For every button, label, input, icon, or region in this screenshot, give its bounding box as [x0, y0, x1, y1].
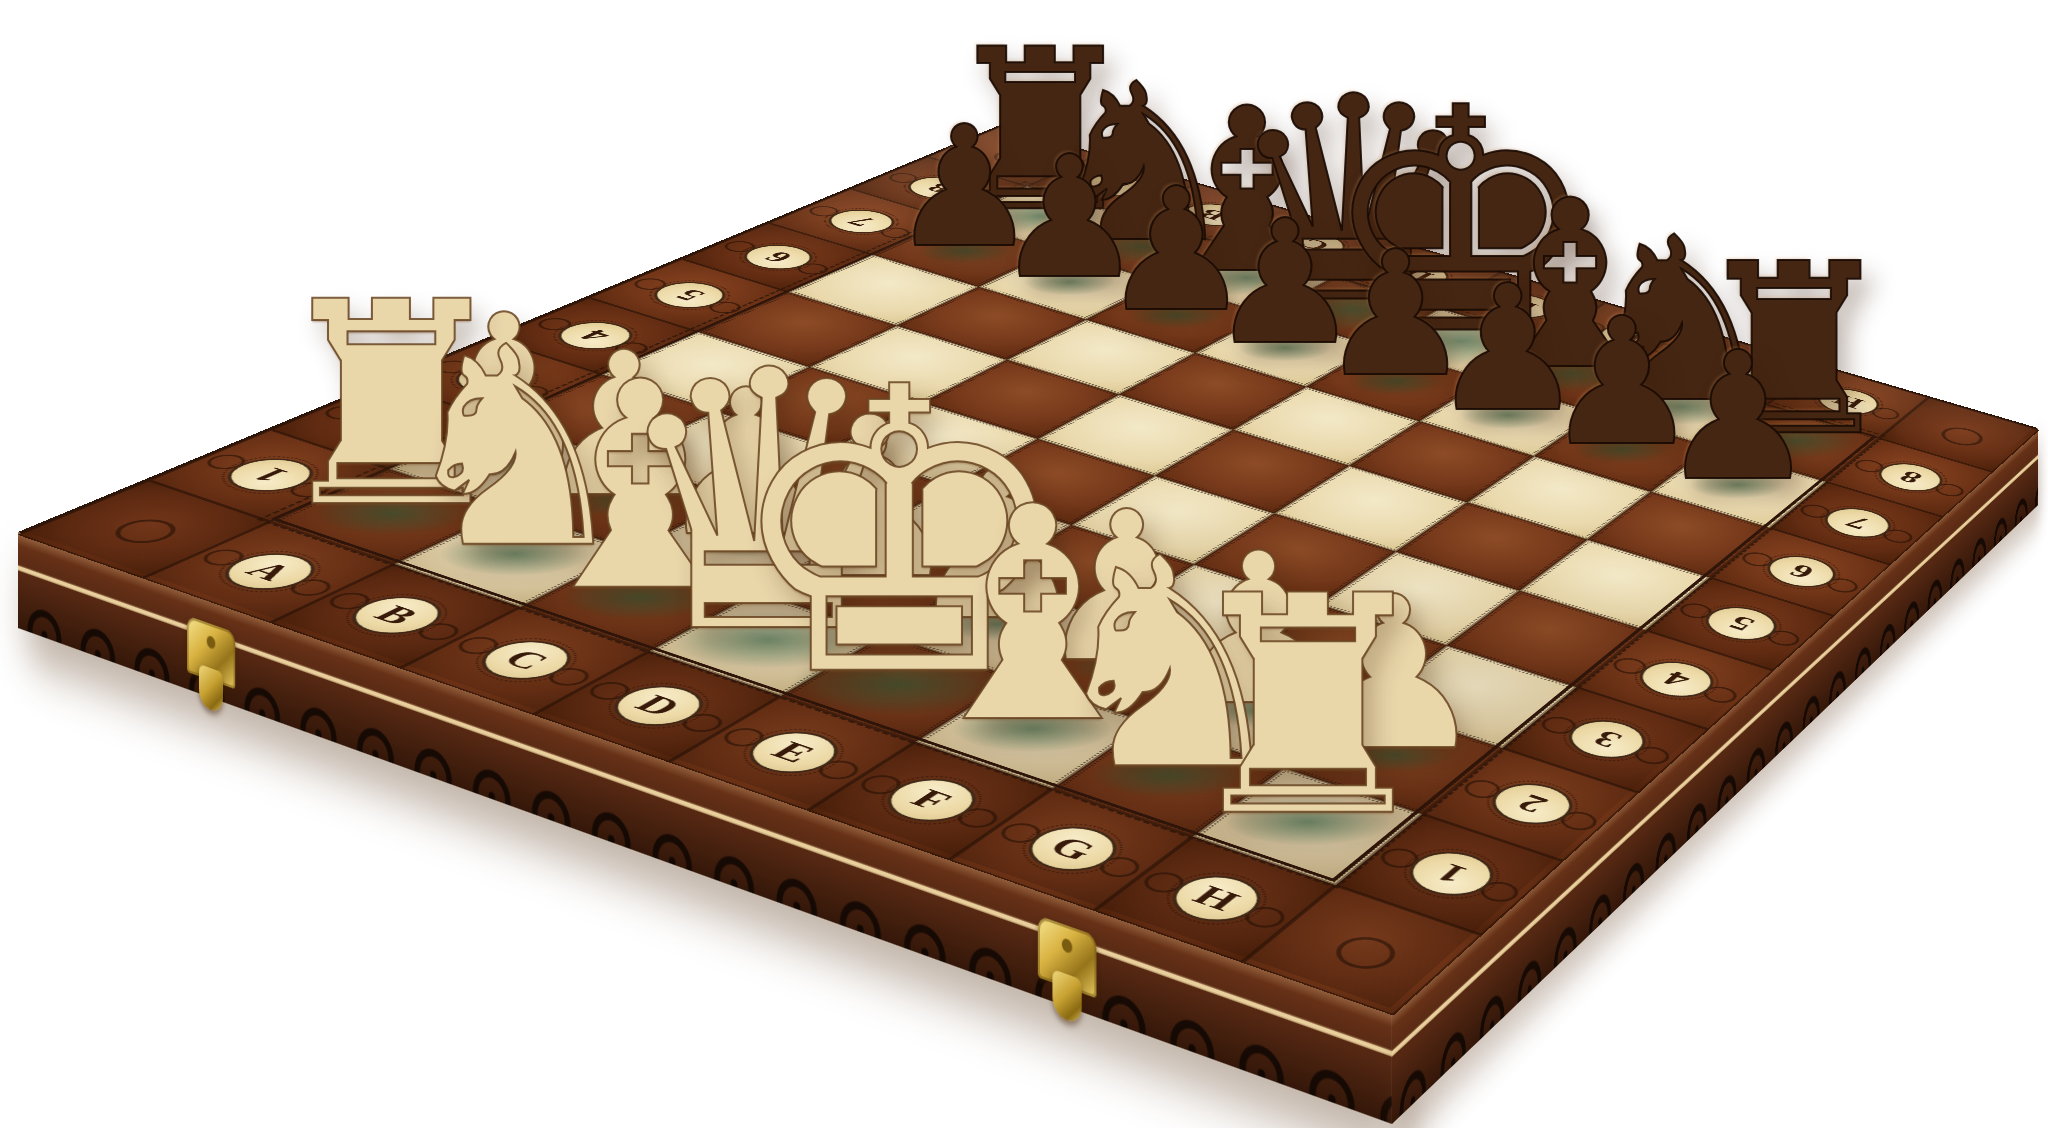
white-rook-glyph: ♜ [1173, 556, 1443, 858]
coordinate-medallion: 2 [1477, 775, 1586, 832]
coordinate-medallion: 3 [1555, 712, 1659, 765]
coordinate-medallion: 6 [730, 240, 826, 275]
coordinate-medallion: 7 [1814, 502, 1901, 544]
coordinate-medallion: 4 [1626, 654, 1725, 704]
coordinate-medallion: 5 [1693, 600, 1788, 647]
chess-set-photo: ABCDEFGH8877665544332211ABCDEFGH ♜♞♟♝♟♛♟… [0, 0, 2048, 1128]
coordinate-medallion: 6 [1756, 549, 1847, 593]
brass-clasp-left [187, 615, 235, 689]
brass-clasp-right [1038, 915, 1097, 998]
black-pawn-glyph: ♟ [1659, 329, 1818, 506]
